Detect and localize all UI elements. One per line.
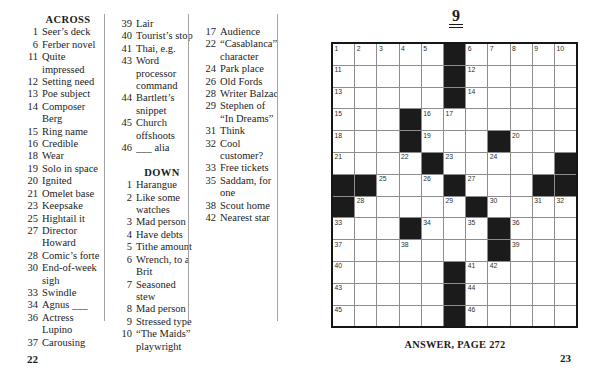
cell-r8c7-black xyxy=(466,197,487,218)
cell-r6c2[interactable] xyxy=(355,153,376,174)
clue-number: 36 xyxy=(17,312,42,324)
clue-number: 20 xyxy=(17,175,42,187)
cell-r2c2[interactable] xyxy=(355,66,376,87)
cell-r12c7[interactable]: 44 xyxy=(466,284,487,305)
cell-r6c6[interactable]: 23 xyxy=(444,153,465,174)
cell-number: 4 xyxy=(401,45,405,52)
clue-across-12: 12Setting need xyxy=(17,76,103,88)
cell-r7c10-black xyxy=(533,175,554,196)
cell-number: 37 xyxy=(335,241,343,248)
clue-down-1: 1Harangue xyxy=(111,179,187,191)
cell-r11c1[interactable]: 40 xyxy=(333,262,354,283)
clue-number: 3 xyxy=(111,216,136,228)
cell-r10c11[interactable] xyxy=(555,240,576,261)
clue-text: “Casablanca” character xyxy=(220,38,277,63)
clue-number: 28 xyxy=(17,250,42,262)
clue-text: Director Howard xyxy=(42,225,77,250)
cell-r1c10[interactable]: 9 xyxy=(533,44,554,65)
cell-r8c10[interactable]: 31 xyxy=(533,197,554,218)
cell-r7c3[interactable]: 25 xyxy=(377,175,398,196)
cell-r2c5[interactable] xyxy=(422,66,443,87)
cell-r2c8[interactable] xyxy=(488,66,509,87)
clue-across-13: 13Poe subject xyxy=(17,88,103,100)
clue-text: Mad person xyxy=(136,303,186,315)
cell-number: 41 xyxy=(468,262,476,269)
clue-number: 44 xyxy=(111,92,136,104)
cell-r10c9[interactable]: 39 xyxy=(511,240,532,261)
cell-r3c4[interactable] xyxy=(400,88,421,109)
cell-r13c8[interactable] xyxy=(488,306,509,327)
cell-r13c5[interactable] xyxy=(422,306,443,327)
cell-r12c10[interactable] xyxy=(533,284,554,305)
cell-r6c11-black xyxy=(555,153,576,174)
cell-r10c1[interactable]: 37 xyxy=(333,240,354,261)
cell-r6c8[interactable]: 24 xyxy=(488,153,509,174)
clue-number: 29 xyxy=(195,100,220,112)
cell-r8c1-black xyxy=(333,197,354,218)
cell-r3c11[interactable] xyxy=(555,88,576,109)
clue-text: Comic’s forte xyxy=(42,250,99,262)
clue-across-6: 6Ferber novel xyxy=(17,39,103,51)
cell-r7c5[interactable]: 26 xyxy=(422,175,443,196)
cell-r2c3[interactable] xyxy=(377,66,398,87)
clue-across-28: 28Comic’s forte xyxy=(17,250,103,262)
cell-r9c2[interactable] xyxy=(355,218,376,239)
cell-r3c1[interactable]: 13 xyxy=(333,88,354,109)
clue-down-4: 4Have debts xyxy=(111,229,187,241)
clue-number: 30 xyxy=(17,262,42,274)
clue-down-6: 6Wrench, to a Brit xyxy=(111,254,187,279)
cell-number: 16 xyxy=(423,110,431,117)
across-header: ACROSS xyxy=(42,14,94,26)
cell-r12c1[interactable]: 43 xyxy=(333,284,354,305)
cell-number: 8 xyxy=(512,45,516,52)
cell-r12c4[interactable] xyxy=(400,284,421,305)
clue-down-26: 26Old Fords xyxy=(195,76,277,88)
clue-column-1: ACROSS1Seer’s deck6Ferber novel11Quite i… xyxy=(17,14,103,349)
cell-r6c7[interactable] xyxy=(466,153,487,174)
clue-down-2: 2Like some watches xyxy=(111,192,187,217)
clue-across-21: 21Omelet base xyxy=(17,188,103,200)
cell-r2c6-black xyxy=(444,66,465,87)
clue-across-46: 46___ alia xyxy=(111,142,187,154)
clue-down-35: 35Saddam, for one xyxy=(195,175,277,200)
clue-text: Church offshoots xyxy=(136,117,175,142)
cell-r5c10[interactable] xyxy=(533,131,554,152)
cell-r9c6[interactable] xyxy=(444,218,465,239)
clue-number: 37 xyxy=(17,337,42,349)
clue-text: Stressed type xyxy=(136,316,192,328)
cell-r6c9[interactable] xyxy=(511,153,532,174)
clue-number: 45 xyxy=(111,117,136,129)
cell-r4c1[interactable]: 15 xyxy=(333,109,354,130)
clue-across-40: 40Tourist’s stop xyxy=(111,30,187,42)
cell-r10c4[interactable]: 38 xyxy=(400,240,421,261)
cell-r7c2-black xyxy=(355,175,376,196)
cell-r1c6-black xyxy=(444,44,465,65)
clue-number: 12 xyxy=(17,76,42,88)
cell-r4c5[interactable]: 16 xyxy=(422,109,443,130)
clue-number: 19 xyxy=(17,163,42,175)
cell-number: 5 xyxy=(423,45,427,52)
clue-number: 16 xyxy=(17,138,42,150)
cell-number: 6 xyxy=(468,45,472,52)
cell-r5c7[interactable] xyxy=(466,131,487,152)
clue-text: Wear xyxy=(42,150,64,162)
column-divider xyxy=(188,14,189,321)
clue-number: 31 xyxy=(195,125,220,137)
clue-number: 23 xyxy=(17,200,42,212)
cell-r5c1[interactable]: 18 xyxy=(333,131,354,152)
cell-r2c7[interactable]: 12 xyxy=(466,66,487,87)
cell-r8c11[interactable]: 32 xyxy=(555,197,576,218)
clue-number: 40 xyxy=(111,30,136,42)
clue-text: Mad person xyxy=(136,216,186,228)
cell-r3c10[interactable] xyxy=(533,88,554,109)
cell-r5c11[interactable] xyxy=(555,131,576,152)
cell-r8c9[interactable] xyxy=(511,197,532,218)
cell-r10c2[interactable] xyxy=(355,240,376,261)
cell-number: 44 xyxy=(468,284,476,291)
page-number-left: 22 xyxy=(27,353,38,365)
clue-text: Setting need xyxy=(42,76,94,88)
cell-r5c5[interactable]: 19 xyxy=(422,131,443,152)
cell-r3c5[interactable] xyxy=(422,88,443,109)
clue-text: Seasoned stew xyxy=(136,279,176,304)
cell-r2c1[interactable]: 11 xyxy=(333,66,354,87)
cell-number: 23 xyxy=(445,153,453,160)
clue-text: Actress Lupino xyxy=(42,312,74,337)
clue-number: 6 xyxy=(111,254,136,266)
cell-r1c2[interactable]: 2 xyxy=(355,44,376,65)
cell-r5c3[interactable] xyxy=(377,131,398,152)
clue-down-32: 32Cool customer? xyxy=(195,138,277,163)
crossword-grid: 1234567891011121314151617181920212223242… xyxy=(331,42,578,328)
cell-r8c4[interactable] xyxy=(400,197,421,218)
cell-r7c7[interactable]: 27 xyxy=(466,175,487,196)
clue-number: 39 xyxy=(111,18,136,30)
cell-number: 2 xyxy=(357,45,361,52)
clue-text: Scout home xyxy=(220,200,270,212)
clue-number: 38 xyxy=(195,200,220,212)
clue-across-27: 27Director Howard xyxy=(17,225,103,250)
clue-number: 4 xyxy=(111,229,136,241)
cell-r12c2[interactable] xyxy=(355,284,376,305)
cell-number: 12 xyxy=(468,66,476,73)
cell-r2c4[interactable] xyxy=(400,66,421,87)
cell-number: 7 xyxy=(490,45,494,52)
clue-down-5: 5Tithe amount xyxy=(111,241,187,253)
cell-r13c10[interactable] xyxy=(533,306,554,327)
cell-r3c6-black xyxy=(444,88,465,109)
cell-r11c8[interactable]: 42 xyxy=(488,262,509,283)
cell-r10c5[interactable] xyxy=(422,240,443,261)
cell-r4c4-black xyxy=(400,109,421,130)
cell-r8c5[interactable] xyxy=(422,197,443,218)
clue-down-17: 17Audience xyxy=(195,26,277,38)
cell-r11c11[interactable] xyxy=(555,262,576,283)
clue-number: 7 xyxy=(111,279,136,291)
cell-number: 18 xyxy=(335,132,343,139)
cell-r3c3[interactable] xyxy=(377,88,398,109)
clue-text: Ignited xyxy=(42,175,72,187)
cell-r3c8[interactable] xyxy=(488,88,509,109)
cell-r4c9[interactable] xyxy=(511,109,532,130)
cell-number: 3 xyxy=(379,45,383,52)
cell-r12c8[interactable] xyxy=(488,284,509,305)
cell-r9c7[interactable]: 35 xyxy=(466,218,487,239)
clue-text: Ferber novel xyxy=(42,39,95,51)
clue-number: 24 xyxy=(195,63,220,75)
cell-r10c3[interactable] xyxy=(377,240,398,261)
clue-text: Poe subject xyxy=(42,88,90,100)
clue-text: Seer’s deck xyxy=(42,26,91,38)
cell-r1c8[interactable]: 7 xyxy=(488,44,509,65)
cell-r1c9[interactable]: 8 xyxy=(511,44,532,65)
cell-number: 21 xyxy=(335,153,343,160)
clue-down-7: 7Seasoned stew xyxy=(111,279,187,304)
clue-number: 9 xyxy=(111,316,136,328)
clue-text: Carousing xyxy=(42,337,85,349)
clue-across-18: 18Wear xyxy=(17,150,103,162)
clue-down-28: 28Writer Balzac xyxy=(195,88,277,100)
cell-r7c1-black xyxy=(333,175,354,196)
clue-down-31: 31Think xyxy=(195,125,277,137)
clue-across-45: 45Church offshoots xyxy=(111,117,187,142)
cell-r6c4[interactable]: 22 xyxy=(400,153,421,174)
clue-number: 11 xyxy=(17,51,42,63)
cell-r13c4[interactable] xyxy=(400,306,421,327)
cell-r11c4[interactable] xyxy=(400,262,421,283)
cell-r8c2[interactable]: 28 xyxy=(355,197,376,218)
clue-number: 34 xyxy=(17,299,42,311)
clue-text: Old Fords xyxy=(220,76,262,88)
clue-across-19: 19Solo in space xyxy=(17,163,103,175)
cell-r3c9[interactable] xyxy=(511,88,532,109)
clue-text: Tithe amount xyxy=(136,241,192,253)
clue-number: 32 xyxy=(195,138,220,150)
clue-across-20: 20Ignited xyxy=(17,175,103,187)
clue-number: 26 xyxy=(195,76,220,88)
cell-r13c11[interactable] xyxy=(555,306,576,327)
cell-r4c10[interactable] xyxy=(533,109,554,130)
cell-r9c10[interactable] xyxy=(533,218,554,239)
clue-across-34: 34Agnus ___ xyxy=(17,299,103,311)
cell-r11c3[interactable] xyxy=(377,262,398,283)
cell-r12c3[interactable] xyxy=(377,284,398,305)
clue-text: Writer Balzac xyxy=(220,88,278,100)
clue-down-22: 22“Casablanca” character xyxy=(195,38,277,63)
cell-r9c5[interactable]: 34 xyxy=(422,218,443,239)
clue-text: Keepsake xyxy=(42,200,83,212)
cell-r6c1[interactable]: 21 xyxy=(333,153,354,174)
cell-r9c11[interactable] xyxy=(555,218,576,239)
cell-r1c4[interactable]: 4 xyxy=(400,44,421,65)
clue-text: Omelet base xyxy=(42,188,94,200)
clue-number: 22 xyxy=(195,38,220,50)
cell-r13c3[interactable] xyxy=(377,306,398,327)
clue-text: Like some watches xyxy=(136,192,180,217)
clue-across-15: 15Ring name xyxy=(17,126,103,138)
cell-number: 25 xyxy=(379,175,387,182)
clue-text: Park place xyxy=(220,63,264,75)
cell-r4c11[interactable] xyxy=(555,109,576,130)
cell-r6c10[interactable] xyxy=(533,153,554,174)
clue-text: Agnus ___ xyxy=(42,299,88,311)
cell-number: 35 xyxy=(468,219,476,226)
cell-number: 45 xyxy=(335,306,343,313)
cell-r11c5[interactable] xyxy=(422,262,443,283)
cell-r4c8[interactable] xyxy=(488,109,509,130)
clue-across-1: 1Seer’s deck xyxy=(17,26,103,38)
answer-note: ANSWER, PAGE 272 xyxy=(331,339,579,350)
cell-r9c9[interactable]: 36 xyxy=(511,218,532,239)
clue-across-14: 14Composer Berg xyxy=(17,101,103,126)
cell-r11c2[interactable] xyxy=(355,262,376,283)
cell-r1c5[interactable]: 5 xyxy=(422,44,443,65)
clue-text: Cool customer? xyxy=(220,138,263,163)
cell-number: 17 xyxy=(445,110,453,117)
cell-r11c10[interactable] xyxy=(533,262,554,283)
cell-r11c9[interactable] xyxy=(511,262,532,283)
clue-text: Wrench, to a Brit xyxy=(136,254,190,279)
cell-r5c2[interactable] xyxy=(355,131,376,152)
cell-r8c3[interactable] xyxy=(377,197,398,218)
cell-r5c6[interactable] xyxy=(444,131,465,152)
puzzle-number: 9 xyxy=(441,7,471,25)
cell-r12c9[interactable] xyxy=(511,284,532,305)
cell-r3c2[interactable] xyxy=(355,88,376,109)
clue-text: ___ alia xyxy=(136,142,170,154)
cell-number: 46 xyxy=(468,306,476,313)
clue-number: 33 xyxy=(17,287,42,299)
clue-number: 10 xyxy=(111,328,136,340)
clue-text: Saddam, for one xyxy=(220,175,271,200)
cell-r3c7[interactable]: 14 xyxy=(466,88,487,109)
cell-r10c6[interactable] xyxy=(444,240,465,261)
clue-number: 27 xyxy=(17,225,42,237)
clue-text: End-of-week sigh xyxy=(42,262,97,287)
clue-text: Audience xyxy=(220,26,260,38)
cell-r5c9[interactable]: 20 xyxy=(511,131,532,152)
clue-number: 28 xyxy=(195,88,220,100)
cell-number: 1 xyxy=(335,45,339,52)
clue-number: 1 xyxy=(111,179,136,191)
cell-number: 14 xyxy=(468,88,476,95)
clue-across-43: 43Word processor command xyxy=(111,55,187,92)
clue-text: Tourist’s stop xyxy=(136,30,193,42)
clue-across-44: 44Bartlett’s snippet xyxy=(111,92,187,117)
cell-r2c11[interactable] xyxy=(555,66,576,87)
cell-r10c8-black xyxy=(488,240,509,261)
cell-r13c7[interactable]: 46 xyxy=(466,306,487,327)
cell-r9c8-black xyxy=(488,218,509,239)
cell-r4c6[interactable]: 17 xyxy=(444,109,465,130)
clue-number: 25 xyxy=(17,213,42,225)
cell-number: 22 xyxy=(401,153,409,160)
clue-text: Thai, e.g. xyxy=(136,43,176,55)
clue-number: 35 xyxy=(195,175,220,187)
cell-r13c9[interactable] xyxy=(511,306,532,327)
cell-number: 24 xyxy=(490,153,498,160)
cell-r1c7[interactable]: 6 xyxy=(466,44,487,65)
cell-number: 11 xyxy=(335,66,342,73)
cell-r13c1[interactable]: 45 xyxy=(333,306,354,327)
cell-r7c6-black xyxy=(444,175,465,196)
cell-r2c10[interactable] xyxy=(533,66,554,87)
cell-r13c2[interactable] xyxy=(355,306,376,327)
cell-r10c10[interactable] xyxy=(533,240,554,261)
clue-across-37: 37Carousing xyxy=(17,337,103,349)
cell-r10c7[interactable] xyxy=(466,240,487,261)
cell-r2c9[interactable] xyxy=(511,66,532,87)
cell-r8c8[interactable]: 30 xyxy=(488,197,509,218)
cell-r1c3[interactable]: 3 xyxy=(377,44,398,65)
cell-r8c6[interactable]: 29 xyxy=(444,197,465,218)
clue-number: 2 xyxy=(111,192,136,204)
clue-across-16: 16Credible xyxy=(17,138,103,150)
clue-text: Lair xyxy=(136,18,154,30)
clue-number: 14 xyxy=(17,101,42,113)
clue-across-11: 11Quite impressed xyxy=(17,51,103,76)
cell-number: 29 xyxy=(445,197,453,204)
cell-r7c4[interactable] xyxy=(400,175,421,196)
clue-number: 21 xyxy=(17,188,42,200)
cell-r7c8[interactable] xyxy=(488,175,509,196)
cell-r7c9[interactable] xyxy=(511,175,532,196)
cell-r9c3[interactable] xyxy=(377,218,398,239)
cell-r1c11[interactable]: 10 xyxy=(555,44,576,65)
clue-text: Hightail it xyxy=(42,213,85,225)
clue-across-23: 23Keepsake xyxy=(17,200,103,212)
cell-number: 42 xyxy=(490,262,498,269)
clue-number: 43 xyxy=(111,55,136,67)
cell-r6c3[interactable] xyxy=(377,153,398,174)
clue-down-9: 9Stressed type xyxy=(111,316,187,328)
cell-number: 36 xyxy=(512,219,520,226)
clue-across-39: 39Lair xyxy=(111,18,187,30)
clue-number: 18 xyxy=(17,150,42,162)
cell-number: 28 xyxy=(357,197,365,204)
cell-number: 31 xyxy=(534,197,542,204)
cell-r4c7[interactable] xyxy=(466,109,487,130)
clue-down-3: 3Mad person xyxy=(111,216,187,228)
cell-r12c11[interactable] xyxy=(555,284,576,305)
clue-text: Composer Berg xyxy=(42,101,85,126)
clue-column-2: 39Lair40Tourist’s stop41Thai, e.g.43Word… xyxy=(111,18,187,353)
cell-number: 15 xyxy=(335,110,343,117)
cell-number: 9 xyxy=(534,45,538,52)
column-divider xyxy=(104,14,105,321)
cell-number: 32 xyxy=(556,197,564,204)
cell-r11c7[interactable]: 41 xyxy=(466,262,487,283)
cell-r4c3[interactable] xyxy=(377,109,398,130)
clue-text: Nearest star xyxy=(220,212,270,224)
cell-r11c6-black xyxy=(444,262,465,283)
cell-r13c6-black xyxy=(444,306,465,327)
cell-r1c1[interactable]: 1 xyxy=(333,44,354,65)
clue-text: Swindle xyxy=(42,287,76,299)
cell-r9c1[interactable]: 33 xyxy=(333,218,354,239)
clue-column-3: 17Audience22“Casablanca” character24Park… xyxy=(195,26,277,225)
clue-text: Solo in space xyxy=(42,163,98,175)
cell-r12c5[interactable] xyxy=(422,284,443,305)
cell-r9c4-black xyxy=(400,218,421,239)
cell-r4c2[interactable] xyxy=(355,109,376,130)
cell-number: 40 xyxy=(335,262,343,269)
clue-down-8: 8Mad person xyxy=(111,303,187,315)
column-divider xyxy=(277,14,278,321)
